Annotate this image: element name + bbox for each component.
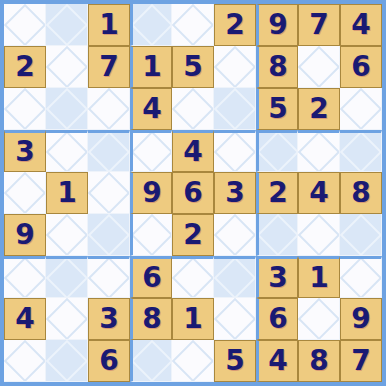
cell-r7c6[interactable] (214, 256, 256, 298)
given-digit: 6 (351, 53, 370, 81)
given-digit: 6 (99, 347, 118, 375)
given-digit: 4 (183, 138, 202, 166)
cell-r3c4[interactable]: 4 (130, 88, 172, 130)
cell-r2c2[interactable] (46, 46, 88, 88)
given-digit: 7 (309, 11, 328, 39)
cell-r3c5[interactable] (172, 88, 214, 130)
cell-r3c8[interactable]: 2 (298, 88, 340, 130)
diamond-pattern-icon (46, 88, 88, 130)
cell-r4c7[interactable] (256, 130, 298, 172)
diamond-pattern-icon (340, 214, 382, 256)
diamond-pattern-icon (257, 214, 298, 256)
cell-r8c4[interactable]: 8 (130, 298, 172, 340)
cell-r1c9[interactable]: 4 (340, 4, 382, 46)
cell-r4c6[interactable] (214, 130, 256, 172)
given-digit: 6 (142, 264, 161, 292)
cell-r5c9[interactable]: 8 (340, 172, 382, 214)
cell-r9c6[interactable]: 5 (214, 340, 256, 382)
diamond-pattern-icon (46, 4, 88, 46)
cell-r8c6[interactable] (214, 298, 256, 340)
cell-r5c5[interactable]: 6 (172, 172, 214, 214)
given-digit: 1 (142, 53, 161, 81)
cell-r7c8[interactable]: 1 (298, 256, 340, 298)
cell-r6c1[interactable]: 9 (4, 214, 46, 256)
diamond-pattern-icon (46, 340, 88, 382)
cell-r2c9[interactable]: 6 (340, 46, 382, 88)
diamond-pattern-icon (172, 257, 214, 298)
cell-r2c8[interactable] (298, 46, 340, 88)
cell-r6c2[interactable] (46, 214, 88, 256)
diamond-pattern-icon (131, 131, 172, 172)
given-digit: 7 (351, 347, 370, 375)
given-digit: 2 (268, 179, 287, 207)
cell-r7c7[interactable]: 3 (256, 256, 298, 298)
given-digit: 3 (225, 179, 244, 207)
cell-r3c7[interactable]: 5 (256, 88, 298, 130)
given-digit: 1 (309, 264, 328, 292)
diamond-pattern-icon (340, 257, 382, 298)
diamond-pattern-icon (214, 214, 256, 256)
diamond-pattern-icon (46, 214, 88, 256)
cell-r8c2[interactable] (46, 298, 88, 340)
diamond-pattern-icon (46, 46, 88, 88)
given-digit: 9 (268, 11, 287, 39)
cell-r6c6[interactable] (214, 214, 256, 256)
cell-r1c1[interactable] (4, 4, 46, 46)
diamond-pattern-icon (340, 131, 382, 172)
cell-r4c9[interactable] (340, 130, 382, 172)
given-digit: 2 (225, 11, 244, 39)
cell-r2c3[interactable]: 7 (88, 46, 130, 88)
cell-r6c5[interactable]: 2 (172, 214, 214, 256)
given-digit: 9 (15, 221, 34, 249)
diamond-pattern-icon (172, 88, 214, 130)
cell-r2c6[interactable] (214, 46, 256, 88)
cell-r9c4[interactable] (130, 340, 172, 382)
diamond-pattern-icon (131, 4, 172, 46)
diamond-pattern-icon (298, 131, 340, 172)
diamond-pattern-icon (88, 88, 130, 130)
given-digit: 3 (15, 138, 34, 166)
diamond-pattern-icon (298, 214, 340, 256)
given-digit: 2 (15, 53, 34, 81)
diamond-pattern-icon (131, 214, 172, 256)
cell-r2c5[interactable]: 5 (172, 46, 214, 88)
given-digit: 1 (99, 11, 118, 39)
diamond-pattern-icon (298, 46, 340, 88)
cell-r7c1[interactable] (4, 256, 46, 298)
given-digit: 5 (183, 53, 202, 81)
cell-r2c4[interactable]: 1 (130, 46, 172, 88)
given-digit: 4 (268, 347, 287, 375)
cell-r2c1[interactable]: 2 (4, 46, 46, 88)
cell-r9c2[interactable] (46, 340, 88, 382)
cell-r4c4[interactable] (130, 130, 172, 172)
cell-r5c1[interactable] (4, 172, 46, 214)
cell-r9c1[interactable] (4, 340, 46, 382)
cell-r4c8[interactable] (298, 130, 340, 172)
given-digit: 8 (142, 305, 161, 333)
given-digit: 4 (142, 95, 161, 123)
given-digit: 9 (142, 179, 161, 207)
cell-r6c7[interactable] (256, 214, 298, 256)
diamond-pattern-icon (46, 298, 88, 340)
given-digit: 5 (268, 95, 287, 123)
diamond-pattern-icon (172, 4, 214, 46)
given-digit: 8 (309, 347, 328, 375)
diamond-pattern-icon (4, 257, 46, 298)
given-digit: 4 (15, 305, 34, 333)
cell-r4c2[interactable] (46, 130, 88, 172)
cell-r7c4[interactable]: 6 (130, 256, 172, 298)
cell-r6c4[interactable] (130, 214, 172, 256)
cell-r1c5[interactable] (172, 4, 214, 46)
cell-r6c8[interactable] (298, 214, 340, 256)
cell-r4c5[interactable]: 4 (172, 130, 214, 172)
cell-r9c3[interactable]: 6 (88, 340, 130, 382)
cell-r8c8[interactable] (298, 298, 340, 340)
cell-r9c9[interactable]: 7 (340, 340, 382, 382)
given-digit: 8 (351, 179, 370, 207)
cell-r4c1[interactable]: 3 (4, 130, 46, 172)
cell-r5c6[interactable]: 3 (214, 172, 256, 214)
diamond-pattern-icon (214, 257, 256, 298)
given-digit: 6 (183, 179, 202, 207)
cell-r7c9[interactable] (340, 256, 382, 298)
cell-r8c5[interactable]: 1 (172, 298, 214, 340)
cell-r4c3[interactable] (88, 130, 130, 172)
cell-r9c7[interactable]: 4 (256, 340, 298, 382)
cell-r3c6[interactable] (214, 88, 256, 130)
given-digit: 4 (309, 179, 328, 207)
cell-r3c2[interactable] (46, 88, 88, 130)
cell-r5c7[interactable]: 2 (256, 172, 298, 214)
given-digit: 1 (57, 179, 76, 207)
cell-r1c7[interactable]: 9 (256, 4, 298, 46)
diamond-pattern-icon (340, 88, 382, 130)
cell-r7c3[interactable] (88, 256, 130, 298)
given-digit: 1 (183, 305, 202, 333)
given-digit: 3 (268, 264, 287, 292)
diamond-pattern-icon (88, 257, 130, 298)
diamond-pattern-icon (214, 131, 256, 172)
given-digit: 4 (351, 11, 370, 39)
cell-r7c5[interactable] (172, 256, 214, 298)
cell-r1c8[interactable]: 7 (298, 4, 340, 46)
given-digit: 3 (99, 305, 118, 333)
diamond-pattern-icon (88, 214, 130, 256)
diamond-pattern-icon (46, 257, 88, 298)
given-digit: 9 (351, 305, 370, 333)
given-digit: 2 (309, 95, 328, 123)
diamond-pattern-icon (88, 172, 130, 214)
cell-r8c9[interactable]: 9 (340, 298, 382, 340)
diamond-pattern-icon (4, 4, 46, 46)
cell-r3c3[interactable] (88, 88, 130, 130)
diamond-pattern-icon (214, 46, 256, 88)
diamond-pattern-icon (257, 131, 298, 172)
diamond-pattern-icon (46, 131, 88, 172)
cell-r8c7[interactable]: 6 (256, 298, 298, 340)
given-digit: 5 (225, 347, 244, 375)
cell-r1c2[interactable] (46, 4, 88, 46)
cell-r2c7[interactable]: 8 (256, 46, 298, 88)
cell-r5c8[interactable]: 4 (298, 172, 340, 214)
diamond-pattern-icon (4, 88, 46, 130)
cell-r8c1[interactable]: 4 (4, 298, 46, 340)
diamond-pattern-icon (214, 298, 256, 340)
cell-r7c2[interactable] (46, 256, 88, 298)
cell-r1c3[interactable]: 1 (88, 4, 130, 46)
cell-r9c8[interactable]: 8 (298, 340, 340, 382)
cell-r1c4[interactable] (130, 4, 172, 46)
diamond-pattern-icon (88, 131, 130, 172)
cell-r5c3[interactable] (88, 172, 130, 214)
diamond-pattern-icon (131, 340, 172, 382)
diamond-pattern-icon (172, 340, 214, 382)
cell-r1c6[interactable]: 2 (214, 4, 256, 46)
cell-r6c3[interactable] (88, 214, 130, 256)
cell-r3c9[interactable] (340, 88, 382, 130)
given-digit: 8 (268, 53, 287, 81)
cell-r3c1[interactable] (4, 88, 46, 130)
diamond-pattern-icon (214, 88, 256, 130)
given-digit: 2 (183, 221, 202, 249)
cell-r5c2[interactable]: 1 (46, 172, 88, 214)
cell-r6c9[interactable] (340, 214, 382, 256)
diamond-pattern-icon (4, 340, 46, 382)
cell-r5c4[interactable]: 9 (130, 172, 172, 214)
given-digit: 7 (99, 53, 118, 81)
cell-r9c5[interactable] (172, 340, 214, 382)
diamond-pattern-icon (4, 172, 46, 214)
diamond-pattern-icon (298, 298, 340, 340)
sudoku-board: 129742715864523419632489263143816965487 (0, 0, 386, 386)
given-digit: 6 (268, 305, 287, 333)
cell-r8c3[interactable]: 3 (88, 298, 130, 340)
